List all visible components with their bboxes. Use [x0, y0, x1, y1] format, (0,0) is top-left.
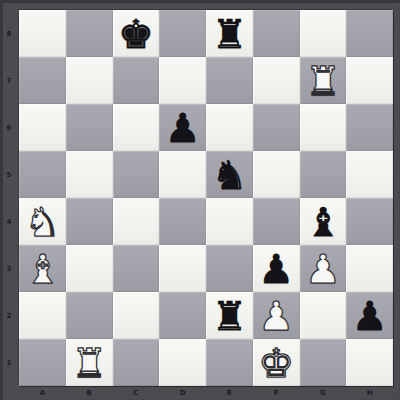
square-c4[interactable] — [113, 198, 160, 245]
file-label-e: E — [219, 387, 239, 400]
rank-label-8: 8 — [1, 30, 17, 38]
square-g3[interactable]: ♟ — [300, 245, 347, 292]
square-c2[interactable] — [113, 292, 160, 339]
white-knight[interactable]: ♞ — [19, 198, 66, 245]
square-e2[interactable]: ♜ — [206, 292, 253, 339]
square-b5[interactable] — [66, 151, 113, 198]
square-a2[interactable] — [19, 292, 66, 339]
white-rook[interactable]: ♜ — [300, 57, 347, 104]
white-bishop[interactable]: ♝ — [19, 245, 66, 292]
rank-label-6: 6 — [1, 124, 17, 132]
square-h4[interactable] — [346, 198, 393, 245]
rank-label-2: 2 — [1, 312, 17, 320]
square-b6[interactable] — [66, 104, 113, 151]
square-h8[interactable] — [346, 10, 393, 57]
square-b3[interactable] — [66, 245, 113, 292]
square-c1[interactable] — [113, 339, 160, 386]
rank-label-7: 7 — [1, 77, 17, 85]
black-pawn[interactable]: ♟ — [159, 104, 206, 151]
file-label-h: H — [360, 387, 380, 400]
square-b7[interactable] — [66, 57, 113, 104]
square-h5[interactable] — [346, 151, 393, 198]
black-pawn[interactable]: ♟ — [253, 245, 300, 292]
square-c8[interactable]: ♚ — [113, 10, 160, 57]
square-d8[interactable] — [159, 10, 206, 57]
rank-label-5: 5 — [1, 171, 17, 179]
square-g4[interactable]: ♝ — [300, 198, 347, 245]
square-a5[interactable] — [19, 151, 66, 198]
square-c5[interactable] — [113, 151, 160, 198]
square-d4[interactable] — [159, 198, 206, 245]
square-b4[interactable] — [66, 198, 113, 245]
black-king[interactable]: ♚ — [113, 10, 160, 57]
square-h1[interactable] — [346, 339, 393, 386]
square-d2[interactable] — [159, 292, 206, 339]
black-rook[interactable]: ♜ — [206, 10, 253, 57]
square-f4[interactable] — [253, 198, 300, 245]
rank-label-4: 4 — [1, 218, 17, 226]
square-c6[interactable] — [113, 104, 160, 151]
black-rook[interactable]: ♜ — [206, 292, 253, 339]
white-pawn[interactable]: ♟ — [253, 292, 300, 339]
square-a8[interactable] — [19, 10, 66, 57]
square-e4[interactable] — [206, 198, 253, 245]
square-d1[interactable] — [159, 339, 206, 386]
file-label-f: F — [266, 387, 286, 400]
square-g6[interactable] — [300, 104, 347, 151]
square-b8[interactable] — [66, 10, 113, 57]
square-e5[interactable]: ♞ — [206, 151, 253, 198]
file-label-d: D — [173, 387, 193, 400]
file-label-c: C — [126, 387, 146, 400]
square-h7[interactable] — [346, 57, 393, 104]
square-g8[interactable] — [300, 10, 347, 57]
white-pawn[interactable]: ♟ — [300, 245, 347, 292]
square-g5[interactable] — [300, 151, 347, 198]
square-b1[interactable]: ♜ — [66, 339, 113, 386]
square-d3[interactable] — [159, 245, 206, 292]
square-f5[interactable] — [253, 151, 300, 198]
file-label-b: B — [79, 387, 99, 400]
square-g2[interactable] — [300, 292, 347, 339]
square-f2[interactable]: ♟ — [253, 292, 300, 339]
square-c3[interactable] — [113, 245, 160, 292]
square-a1[interactable] — [19, 339, 66, 386]
square-a3[interactable]: ♝ — [19, 245, 66, 292]
white-rook[interactable]: ♜ — [66, 339, 113, 386]
square-e3[interactable] — [206, 245, 253, 292]
square-e1[interactable] — [206, 339, 253, 386]
square-e7[interactable] — [206, 57, 253, 104]
square-d5[interactable] — [159, 151, 206, 198]
square-e6[interactable] — [206, 104, 253, 151]
square-h3[interactable] — [346, 245, 393, 292]
square-h6[interactable] — [346, 104, 393, 151]
square-g7[interactable]: ♜ — [300, 57, 347, 104]
black-pawn[interactable]: ♟ — [346, 292, 393, 339]
rank-label-1: 1 — [1, 359, 17, 367]
file-label-a: A — [32, 387, 52, 400]
square-a6[interactable] — [19, 104, 66, 151]
square-a4[interactable]: ♞ — [19, 198, 66, 245]
square-f3[interactable]: ♟ — [253, 245, 300, 292]
square-f1[interactable]: ♚ — [253, 339, 300, 386]
square-g1[interactable] — [300, 339, 347, 386]
board-frame: ♚♜♜♟♞♞♝♝♟♟♜♟♟♜♚ 87654321 ABCDEFGH — [0, 0, 400, 400]
square-a7[interactable] — [19, 57, 66, 104]
square-e8[interactable]: ♜ — [206, 10, 253, 57]
square-f7[interactable] — [253, 57, 300, 104]
square-f6[interactable] — [253, 104, 300, 151]
square-d7[interactable] — [159, 57, 206, 104]
file-label-g: G — [313, 387, 333, 400]
square-c7[interactable] — [113, 57, 160, 104]
square-f8[interactable] — [253, 10, 300, 57]
rank-label-3: 3 — [1, 265, 17, 273]
chess-board: ♚♜♜♟♞♞♝♝♟♟♜♟♟♜♚ — [19, 10, 393, 386]
black-knight[interactable]: ♞ — [206, 151, 253, 198]
square-h2[interactable]: ♟ — [346, 292, 393, 339]
square-b2[interactable] — [66, 292, 113, 339]
black-bishop[interactable]: ♝ — [300, 198, 347, 245]
square-d6[interactable]: ♟ — [159, 104, 206, 151]
white-king[interactable]: ♚ — [253, 339, 300, 386]
